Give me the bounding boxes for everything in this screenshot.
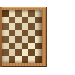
board-square	[2, 56, 9, 63]
screenshot-background	[0, 0, 75, 75]
board-square	[15, 56, 22, 63]
board-square	[28, 56, 35, 63]
board-square	[22, 56, 29, 63]
board-squares-grid	[2, 10, 42, 63]
board-square	[35, 56, 42, 63]
wooden-chess-checkers-board	[0, 7, 47, 67]
board-square	[9, 56, 16, 63]
